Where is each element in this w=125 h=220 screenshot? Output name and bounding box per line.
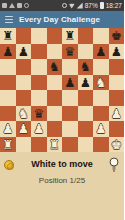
square-b4[interactable] <box>16 90 32 106</box>
white-pawn: ♟ <box>111 106 122 121</box>
square-g7[interactable]: ♟ <box>93 44 109 60</box>
app-title: Every Day Challenge <box>19 15 100 24</box>
white-pawn: ♟ <box>2 121 13 136</box>
square-g5[interactable]: ♞ <box>93 75 109 91</box>
square-h3[interactable]: ♟ <box>109 106 125 122</box>
square-g3[interactable] <box>93 106 109 122</box>
white-pawn: ♟ <box>18 121 29 136</box>
square-a5[interactable] <box>0 75 16 91</box>
square-d5[interactable] <box>47 75 63 91</box>
coin-icon[interactable] <box>4 160 14 170</box>
square-f1[interactable] <box>78 137 94 153</box>
circle-app-icon <box>24 3 29 8</box>
square-a6[interactable] <box>0 59 16 75</box>
clock-time: 18:27 <box>106 0 122 11</box>
white-knight: ♞ <box>18 106 29 121</box>
status-bar-system: 87% 18:27 <box>62 0 122 11</box>
square-app-icon <box>2 3 7 8</box>
white-rook: ♜ <box>2 137 13 152</box>
square-g6[interactable] <box>93 59 109 75</box>
square-f3[interactable] <box>78 106 94 122</box>
black-pawn: ♟ <box>2 44 13 59</box>
black-queen: ♛ <box>64 44 75 59</box>
square-c8[interactable] <box>31 28 47 44</box>
white-knight: ♞ <box>95 75 106 90</box>
square-a3[interactable] <box>0 106 16 122</box>
wifi-icon <box>69 3 75 9</box>
bottom-panel: White to move Position 1/25 <box>0 152 124 220</box>
square-a4[interactable] <box>0 90 16 106</box>
black-knight: ♞ <box>80 59 91 74</box>
square-d1[interactable]: ♜ <box>47 137 63 153</box>
square-d2[interactable] <box>47 121 63 137</box>
square-d7[interactable] <box>47 44 63 60</box>
black-queen: ♛ <box>33 106 44 121</box>
black-pawn: ♟ <box>111 44 122 59</box>
black-pawn: ♟ <box>64 75 75 90</box>
app-bar: Every Day Challenge <box>0 11 124 28</box>
square-f2[interactable] <box>78 121 94 137</box>
square-c6[interactable] <box>31 59 47 75</box>
black-rook: ♜ <box>64 28 75 43</box>
white-king: ♚ <box>111 137 122 152</box>
square-d8[interactable] <box>47 28 63 44</box>
black-pawn: ♟ <box>95 44 106 59</box>
square-g8[interactable] <box>93 28 109 44</box>
square-b5[interactable] <box>16 75 32 91</box>
square-g4[interactable] <box>93 90 109 106</box>
battery-percent: 87% <box>85 0 98 11</box>
square-c1[interactable] <box>31 137 47 153</box>
app-screen: 87% 18:27 Every Day Challenge ♜♜♚♟♟♛♟♟♞♞… <box>0 0 124 220</box>
square-e6[interactable] <box>62 59 78 75</box>
square-f4[interactable] <box>78 90 94 106</box>
white-pawn: ♟ <box>33 121 44 136</box>
status-bar: 87% 18:27 <box>0 0 124 11</box>
square-e5[interactable]: ♟ <box>62 75 78 91</box>
square-e8[interactable]: ♜ <box>62 28 78 44</box>
white-pawn: ♟ <box>95 121 106 136</box>
square-h4[interactable] <box>109 90 125 106</box>
black-knight: ♞ <box>49 59 60 74</box>
square-b3[interactable]: ♞ <box>16 106 32 122</box>
white-rook: ♜ <box>49 137 60 152</box>
square-e3[interactable] <box>62 106 78 122</box>
square-h2[interactable] <box>109 121 125 137</box>
lightbulb-hint-icon[interactable] <box>108 157 120 172</box>
square-c3[interactable]: ♛ <box>31 106 47 122</box>
square-a8[interactable]: ♜ <box>0 28 16 44</box>
square-b6[interactable] <box>16 59 32 75</box>
square-h7[interactable]: ♟ <box>109 44 125 60</box>
square-d4[interactable] <box>47 90 63 106</box>
square-f8[interactable] <box>78 28 94 44</box>
square-c5[interactable] <box>31 75 47 91</box>
status-bar-notifications <box>2 3 29 8</box>
square-h1[interactable]: ♚ <box>109 137 125 153</box>
square-b2[interactable]: ♟ <box>16 121 32 137</box>
square-c4[interactable] <box>31 90 47 106</box>
black-king: ♚ <box>111 28 122 43</box>
square-c2[interactable]: ♟ <box>31 121 47 137</box>
square-app-icon <box>17 3 22 8</box>
position-progress-label: Position 1/25 <box>0 176 124 185</box>
square-e2[interactable] <box>62 121 78 137</box>
square-e1[interactable] <box>62 137 78 153</box>
hamburger-menu-icon[interactable] <box>5 16 13 23</box>
triangle-app-icon <box>9 3 15 8</box>
square-g1[interactable] <box>93 137 109 153</box>
square-e7[interactable]: ♛ <box>62 44 78 60</box>
move-status-label: White to move <box>0 159 124 169</box>
alarm-icon <box>62 3 67 8</box>
square-d6[interactable]: ♞ <box>47 59 63 75</box>
square-a7[interactable]: ♟ <box>0 44 16 60</box>
black-rook: ♜ <box>2 28 13 43</box>
square-b1[interactable] <box>16 137 32 153</box>
square-f5[interactable]: ♟ <box>78 75 94 91</box>
square-e4[interactable] <box>62 90 78 106</box>
square-h6[interactable] <box>109 59 125 75</box>
square-g2[interactable]: ♟ <box>93 121 109 137</box>
black-pawn: ♟ <box>80 75 91 90</box>
square-h5[interactable] <box>109 75 125 91</box>
square-b7[interactable]: ♟ <box>16 44 32 60</box>
square-f7[interactable] <box>78 44 94 60</box>
square-b8[interactable] <box>16 28 32 44</box>
black-pawn: ♟ <box>18 44 29 59</box>
square-a2[interactable]: ♟ <box>0 121 16 137</box>
square-d3[interactable] <box>47 106 63 122</box>
square-c7[interactable] <box>31 44 47 60</box>
chess-board[interactable]: ♜♜♚♟♟♛♟♟♞♞♟♟♞♞♛♟♟♟♟♟♜♜♚ <box>0 28 124 152</box>
square-a1[interactable]: ♜ <box>0 137 16 153</box>
square-h8[interactable]: ♚ <box>109 28 125 44</box>
battery-icon <box>100 2 104 9</box>
square-f6[interactable]: ♞ <box>78 59 94 75</box>
signal-icon <box>77 3 83 9</box>
